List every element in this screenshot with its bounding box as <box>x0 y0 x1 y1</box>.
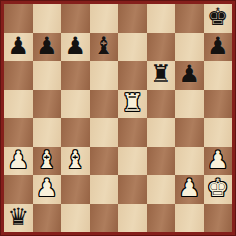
square-d5[interactable] <box>90 90 119 119</box>
square-e2[interactable] <box>118 175 147 204</box>
piece-white-king: ♚ <box>207 176 229 200</box>
square-e4[interactable] <box>118 118 147 147</box>
square-h4[interactable] <box>204 118 233 147</box>
square-e8[interactable] <box>118 4 147 33</box>
piece-white-bishop: ♝ <box>64 148 86 172</box>
square-g4[interactable] <box>175 118 204 147</box>
square-h5[interactable] <box>204 90 233 119</box>
square-e6[interactable] <box>118 61 147 90</box>
piece-white-bishop: ♝ <box>36 148 58 172</box>
square-b8[interactable] <box>33 4 62 33</box>
square-a5[interactable] <box>4 90 33 119</box>
square-f1[interactable] <box>147 204 176 233</box>
square-g1[interactable] <box>175 204 204 233</box>
piece-black-rook: ♜ <box>150 62 172 86</box>
square-c3[interactable]: ♝ <box>61 147 90 176</box>
square-e7[interactable] <box>118 33 147 62</box>
square-h8[interactable]: ♚ <box>204 4 233 33</box>
piece-black-queen: ♛ <box>7 205 29 229</box>
square-b1[interactable] <box>33 204 62 233</box>
square-b7[interactable]: ♟ <box>33 33 62 62</box>
square-c1[interactable] <box>61 204 90 233</box>
square-a1[interactable]: ♛ <box>4 204 33 233</box>
piece-black-pawn: ♟ <box>178 62 200 86</box>
square-d7[interactable]: ♝ <box>90 33 119 62</box>
square-a7[interactable]: ♟ <box>4 33 33 62</box>
square-f8[interactable] <box>147 4 176 33</box>
square-f3[interactable] <box>147 147 176 176</box>
square-c7[interactable]: ♟ <box>61 33 90 62</box>
piece-white-rook: ♜ <box>121 91 143 115</box>
square-b6[interactable] <box>33 61 62 90</box>
piece-black-pawn: ♟ <box>207 34 229 58</box>
square-d8[interactable] <box>90 4 119 33</box>
piece-white-pawn: ♟ <box>36 176 58 200</box>
square-h3[interactable]: ♟ <box>204 147 233 176</box>
piece-black-pawn: ♟ <box>36 34 58 58</box>
square-g8[interactable] <box>175 4 204 33</box>
square-e5[interactable]: ♜ <box>118 90 147 119</box>
square-b3[interactable]: ♝ <box>33 147 62 176</box>
piece-black-king: ♚ <box>207 5 229 29</box>
square-g5[interactable] <box>175 90 204 119</box>
square-f7[interactable] <box>147 33 176 62</box>
square-b4[interactable] <box>33 118 62 147</box>
piece-black-bishop: ♝ <box>93 34 115 58</box>
square-h7[interactable]: ♟ <box>204 33 233 62</box>
square-a4[interactable] <box>4 118 33 147</box>
square-d1[interactable] <box>90 204 119 233</box>
square-a8[interactable] <box>4 4 33 33</box>
piece-white-pawn: ♟ <box>207 148 229 172</box>
square-f4[interactable] <box>147 118 176 147</box>
square-c6[interactable] <box>61 61 90 90</box>
square-c8[interactable] <box>61 4 90 33</box>
square-f5[interactable] <box>147 90 176 119</box>
square-b5[interactable] <box>33 90 62 119</box>
piece-white-pawn: ♟ <box>7 148 29 172</box>
piece-white-pawn: ♟ <box>178 176 200 200</box>
square-c2[interactable] <box>61 175 90 204</box>
square-d3[interactable] <box>90 147 119 176</box>
square-g7[interactable] <box>175 33 204 62</box>
square-d6[interactable] <box>90 61 119 90</box>
chess-board: ♚♟♟♟♝♟♜♟♜♟♝♝♟♟♟♚♛ <box>4 4 232 232</box>
piece-black-pawn: ♟ <box>7 34 29 58</box>
square-h6[interactable] <box>204 61 233 90</box>
square-d2[interactable] <box>90 175 119 204</box>
square-h2[interactable]: ♚ <box>204 175 233 204</box>
square-a3[interactable]: ♟ <box>4 147 33 176</box>
square-f6[interactable]: ♜ <box>147 61 176 90</box>
chess-board-frame: ♚♟♟♟♝♟♜♟♜♟♝♝♟♟♟♚♛ <box>0 0 236 236</box>
square-c4[interactable] <box>61 118 90 147</box>
square-g2[interactable]: ♟ <box>175 175 204 204</box>
square-a6[interactable] <box>4 61 33 90</box>
square-e1[interactable] <box>118 204 147 233</box>
square-a2[interactable] <box>4 175 33 204</box>
square-d4[interactable] <box>90 118 119 147</box>
square-c5[interactable] <box>61 90 90 119</box>
square-g3[interactable] <box>175 147 204 176</box>
square-g6[interactable]: ♟ <box>175 61 204 90</box>
square-b2[interactable]: ♟ <box>33 175 62 204</box>
piece-black-pawn: ♟ <box>64 34 86 58</box>
square-h1[interactable] <box>204 204 233 233</box>
square-e3[interactable] <box>118 147 147 176</box>
square-f2[interactable] <box>147 175 176 204</box>
